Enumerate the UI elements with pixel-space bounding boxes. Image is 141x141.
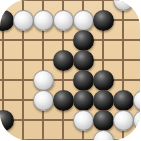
white-stone[interactable] [113, 0, 134, 11]
grid-line-horizontal [0, 79, 140, 81]
white-stone[interactable] [33, 70, 54, 91]
white-stone[interactable] [93, 130, 114, 141]
white-stone[interactable] [133, 110, 141, 131]
go-app-icon[interactable] [0, 0, 140, 140]
white-stone[interactable] [73, 10, 94, 31]
go-board[interactable] [0, 0, 140, 140]
white-stone[interactable] [13, 10, 34, 31]
black-stone[interactable] [0, 110, 14, 131]
black-stone[interactable] [113, 90, 134, 111]
black-stone[interactable] [93, 70, 114, 91]
black-stone[interactable] [73, 30, 94, 51]
black-stone[interactable] [53, 50, 74, 71]
black-stone[interactable] [93, 110, 114, 131]
grid-line-horizontal [0, 139, 140, 140]
black-stone[interactable] [93, 90, 114, 111]
black-stone[interactable] [73, 70, 94, 91]
black-stone[interactable] [73, 50, 94, 71]
white-stone[interactable] [33, 90, 54, 111]
black-stone[interactable] [53, 90, 74, 111]
black-stone[interactable] [73, 90, 94, 111]
white-stone[interactable] [73, 110, 94, 131]
grid-line-horizontal [0, 39, 140, 41]
white-stone[interactable] [133, 90, 141, 111]
black-stone[interactable] [93, 10, 114, 31]
white-stone[interactable] [113, 110, 134, 131]
white-stone[interactable] [53, 10, 74, 31]
black-stone[interactable] [0, 10, 14, 31]
white-stone[interactable] [33, 10, 54, 31]
